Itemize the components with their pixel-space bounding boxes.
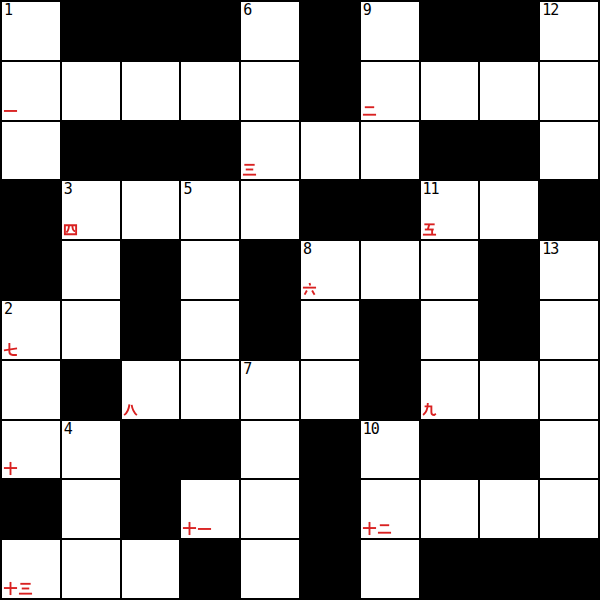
down-clue-number: 12 [542,2,558,19]
cell-r2c4[interactable] [181,62,239,120]
cell-r2c3[interactable] [122,62,180,120]
across-numeral-icon [182,521,212,536]
cell-r2c5[interactable] [241,62,299,120]
blocked-cell [301,181,359,239]
down-clue-number: 1 [4,2,12,19]
across-numeral-icon [422,222,437,237]
blocked-cell [62,122,120,180]
cell-r8c5[interactable] [241,421,299,479]
across-numeral-icon [3,581,33,596]
cell-r3c7[interactable] [361,122,419,180]
blocked-cell [2,480,60,538]
cell-r7c1[interactable] [2,361,60,419]
cell-r5c6[interactable]: 8 [301,241,359,299]
cell-r3c6[interactable] [301,122,359,180]
cell-r1c5[interactable]: 6 [241,2,299,60]
cell-r4c9[interactable] [480,181,538,239]
down-clue-number: 7 [243,361,251,378]
across-numeral-icon [3,342,18,357]
cell-r8c7[interactable]: 10 [361,421,419,479]
down-clue-number: 10 [363,421,379,438]
cell-r10c2[interactable] [62,540,120,598]
down-clue-number: 8 [303,241,311,258]
cell-r7c8[interactable] [421,361,479,419]
crossword-grid: 16912351181327410 [0,0,600,600]
cell-r2c1[interactable] [2,62,60,120]
down-clue-number: 6 [243,2,251,19]
blocked-cell [2,181,60,239]
cell-r9c9[interactable] [480,480,538,538]
across-numeral-icon [362,521,392,536]
blocked-cell [480,540,538,598]
blocked-cell [181,122,239,180]
blocked-cell [421,122,479,180]
down-clue-number: 13 [542,241,558,258]
blocked-cell [480,2,538,60]
down-clue-number: 4 [64,421,72,438]
cell-r5c8[interactable] [421,241,479,299]
cell-r7c3[interactable] [122,361,180,419]
cell-r2c10[interactable] [540,62,598,120]
cell-r4c5[interactable] [241,181,299,239]
cell-r5c10[interactable]: 13 [540,241,598,299]
cell-r6c2[interactable] [62,301,120,359]
blocked-cell [480,122,538,180]
cell-r4c8[interactable]: 11 [421,181,479,239]
cell-r9c5[interactable] [241,480,299,538]
blocked-cell [122,241,180,299]
cell-r3c1[interactable] [2,122,60,180]
cell-r9c10[interactable] [540,480,598,538]
down-clue-number: 9 [363,2,371,19]
across-numeral-icon [422,402,437,417]
across-numeral-icon [63,222,78,237]
blocked-cell [241,241,299,299]
blocked-cell [361,181,419,239]
across-numeral-icon [302,282,317,297]
cell-r6c6[interactable] [301,301,359,359]
down-clue-number: 2 [4,301,12,318]
cell-r7c9[interactable] [480,361,538,419]
cell-r5c7[interactable] [361,241,419,299]
cell-r9c7[interactable] [361,480,419,538]
across-numeral-icon [242,162,257,177]
cell-r10c5[interactable] [241,540,299,598]
blocked-cell [122,480,180,538]
cell-r2c2[interactable] [62,62,120,120]
blocked-cell [181,2,239,60]
blocked-cell [181,540,239,598]
cell-r9c8[interactable] [421,480,479,538]
cell-r1c1[interactable]: 1 [2,2,60,60]
cell-r8c1[interactable] [2,421,60,479]
blocked-cell [62,361,120,419]
across-numeral-icon [3,461,18,476]
across-numeral-icon [362,103,377,118]
down-clue-number: 11 [423,181,439,198]
blocked-cell [301,62,359,120]
cell-r3c10[interactable] [540,122,598,180]
cell-r9c4[interactable] [181,480,239,538]
cell-r4c3[interactable] [122,181,180,239]
blocked-cell [361,361,419,419]
blocked-cell [301,540,359,598]
cell-r2c7[interactable] [361,62,419,120]
cell-r4c2[interactable]: 3 [62,181,120,239]
blocked-cell [421,540,479,598]
blocked-cell [122,122,180,180]
blocked-cell [361,301,419,359]
blocked-cell [62,2,120,60]
cell-r5c4[interactable] [181,241,239,299]
blocked-cell [421,2,479,60]
cell-r10c1[interactable] [2,540,60,598]
blocked-cell [122,301,180,359]
blocked-cell [181,421,239,479]
down-clue-number: 5 [183,181,191,198]
cell-r7c4[interactable] [181,361,239,419]
cell-r10c3[interactable] [122,540,180,598]
cell-r8c2[interactable]: 4 [62,421,120,479]
blocked-cell [122,421,180,479]
blocked-cell [421,421,479,479]
blocked-cell [540,181,598,239]
across-numeral-icon [123,402,138,417]
cell-r6c4[interactable] [181,301,239,359]
cell-r6c8[interactable] [421,301,479,359]
down-clue-number: 3 [64,181,72,198]
blocked-cell [301,480,359,538]
cell-r2c8[interactable] [421,62,479,120]
blocked-cell [480,241,538,299]
blocked-cell [301,2,359,60]
blocked-cell [480,301,538,359]
cell-r2c9[interactable] [480,62,538,120]
cell-r6c10[interactable] [540,301,598,359]
across-numeral-icon [3,103,18,118]
cell-r10c7[interactable] [361,540,419,598]
blocked-cell [480,421,538,479]
blocked-cell [122,2,180,60]
blocked-cell [540,540,598,598]
blocked-cell [241,301,299,359]
cell-r7c10[interactable] [540,361,598,419]
cell-r8c10[interactable] [540,421,598,479]
cell-r9c2[interactable] [62,480,120,538]
blocked-cell [2,241,60,299]
cell-r3c5[interactable] [241,122,299,180]
cell-r7c6[interactable] [301,361,359,419]
cell-r1c7[interactable]: 9 [361,2,419,60]
cell-r7c5[interactable]: 7 [241,361,299,419]
cell-r5c2[interactable] [62,241,120,299]
cell-r6c1[interactable]: 2 [2,301,60,359]
cell-r1c10[interactable]: 12 [540,2,598,60]
blocked-cell [301,421,359,479]
cell-r4c4[interactable]: 5 [181,181,239,239]
